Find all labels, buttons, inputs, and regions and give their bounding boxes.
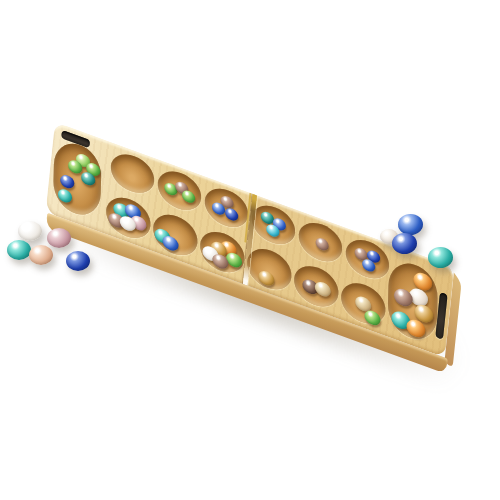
pit-n6[interactable] — [339, 277, 387, 330]
green-bead[interactable] — [363, 308, 380, 327]
navy-bead[interactable] — [392, 233, 417, 254]
pit-n5[interactable] — [292, 260, 340, 313]
navy-bead[interactable] — [225, 206, 239, 222]
blue-bead[interactable] — [161, 233, 178, 252]
navy-bead[interactable] — [66, 251, 90, 271]
teal-bead[interactable] — [7, 240, 31, 260]
pit-n1[interactable] — [104, 191, 152, 244]
peach-bead[interactable] — [29, 245, 53, 265]
white-bead[interactable] — [18, 221, 42, 241]
pit-n4[interactable] — [245, 243, 293, 296]
champagne-bead[interactable] — [314, 279, 331, 298]
teal-bead[interactable] — [428, 247, 453, 268]
teal-bead[interactable] — [57, 188, 71, 204]
amber-bead[interactable] — [257, 268, 274, 287]
pit-n2[interactable] — [151, 208, 199, 261]
blue-bead[interactable] — [398, 214, 423, 235]
brown-bead[interactable] — [315, 236, 329, 252]
scene — [0, 0, 500, 500]
green-bead[interactable] — [181, 188, 195, 204]
pink-bead[interactable] — [47, 228, 71, 248]
pit-n3[interactable] — [198, 225, 246, 278]
navy-bead[interactable] — [60, 173, 74, 189]
